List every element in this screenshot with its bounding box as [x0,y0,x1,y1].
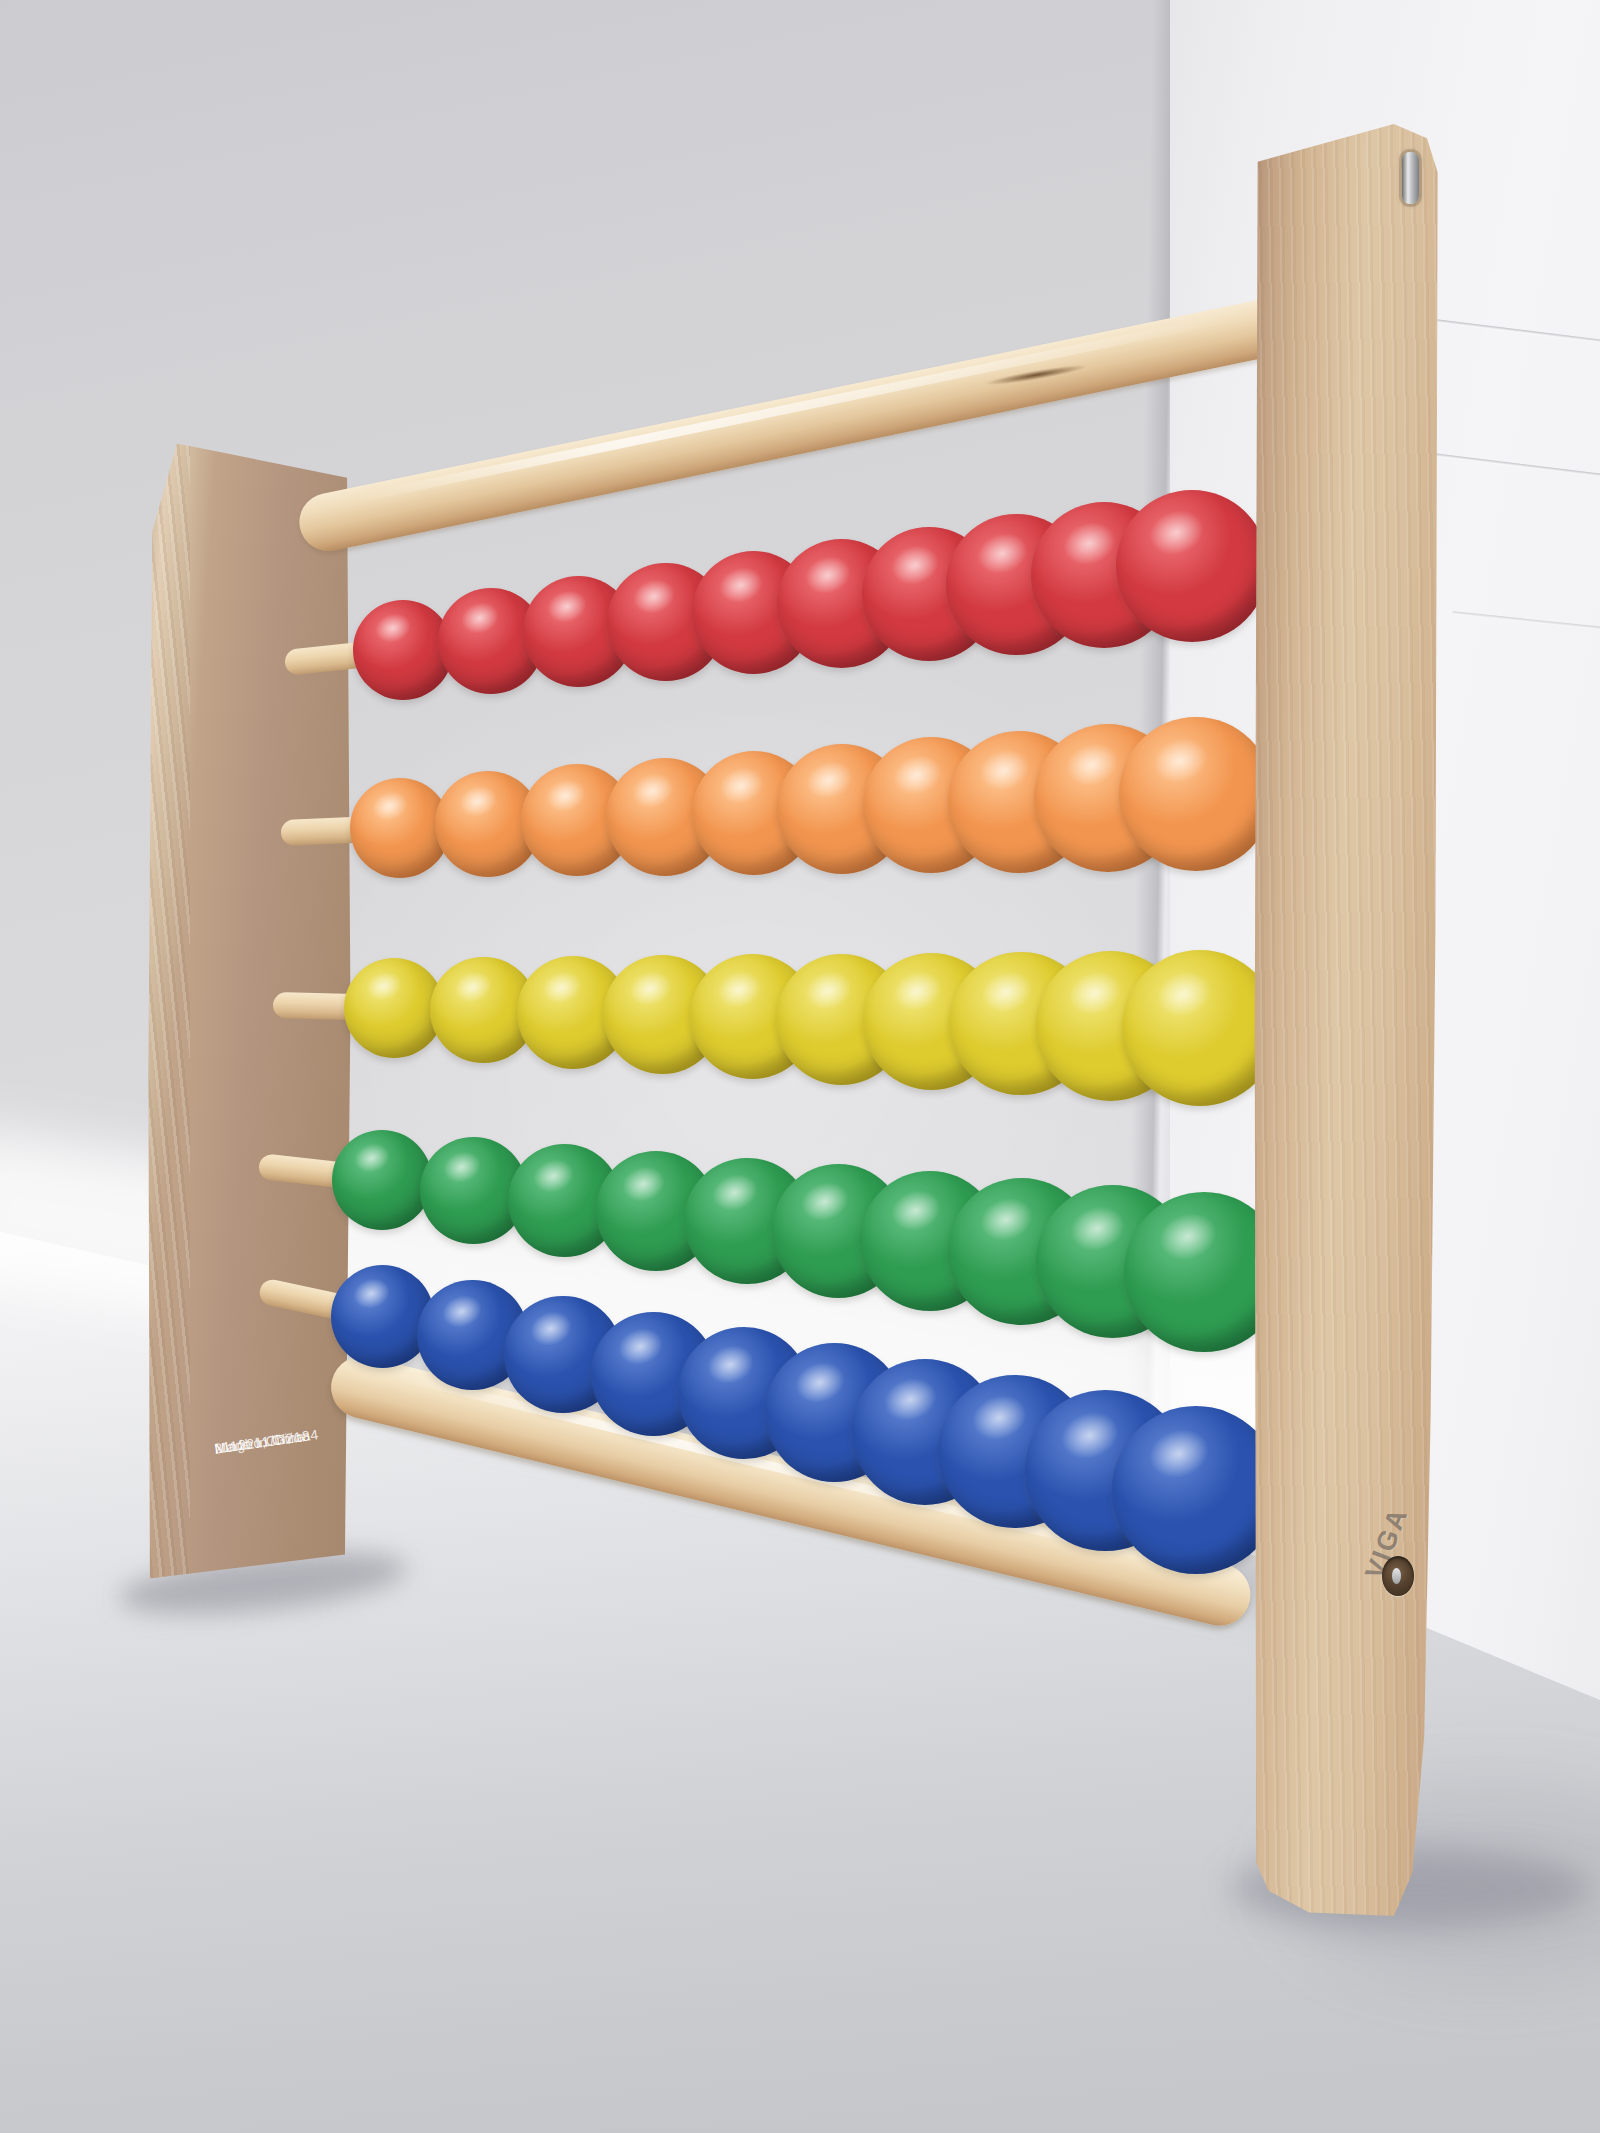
bead-specular-highlight [1063,965,1127,1022]
bead-specular-highlight [888,965,947,1017]
bead-specular-highlight [715,562,768,608]
bead-specular-highlight [801,551,856,600]
bead-specular-highlight [350,1274,394,1313]
bead-specular-highlight [1058,516,1121,571]
bead-red-10[interactable] [1116,490,1268,642]
right-post-grain-texture [1254,124,1438,1916]
bead-specular-highlight [801,756,857,805]
bead-specular-highlight [457,597,502,637]
bead-specular-highlight [542,775,590,817]
bead-specular-highlight [440,1147,486,1187]
bead-specular-highlight [625,966,676,1011]
bead-specular-highlight [1144,504,1209,561]
bead-specular-highlight [1064,1199,1130,1257]
bead-orange-10[interactable] [1119,717,1273,871]
bead-specular-highlight [369,787,412,825]
bead-specular-highlight [372,609,415,647]
bead-specular-highlight [1143,1421,1215,1484]
bead-specular-highlight [529,1154,578,1197]
bead-specular-highlight [629,574,679,618]
bead-specular-highlight [976,965,1038,1019]
left-post-endgrain-texture [148,440,190,1582]
bead-specular-highlight [967,1389,1033,1447]
bead-specular-highlight [713,966,767,1013]
bead-specular-highlight [888,750,946,801]
bead-specular-highlight [1148,731,1214,789]
top-screw-icon [1402,152,1419,204]
bead-specular-highlight [972,527,1032,580]
bead-green-1[interactable] [332,1130,432,1230]
bead-specular-highlight [1154,1207,1223,1267]
bead-specular-highlight [797,1177,854,1227]
bead-specular-highlight [363,967,406,1005]
bead-yellow-10[interactable] [1122,950,1278,1106]
bead-specular-highlight [974,743,1035,797]
bottom-screw-hole-icon [1382,1556,1414,1596]
screw-glint [1392,1568,1401,1584]
bead-specular-highlight [438,1290,485,1332]
bead-specular-highlight [450,967,496,1007]
bead-specular-highlight [879,1372,942,1427]
bead-specular-highlight [886,1184,946,1237]
bead-specular-highlight [628,768,679,813]
bead-specular-highlight [614,1323,667,1370]
bead-specular-highlight [887,539,945,590]
bead-specular-highlight [702,1339,759,1389]
bead-specular-highlight [526,1307,576,1351]
bead-specular-highlight [455,781,500,821]
bead-specular-highlight [543,586,591,628]
bead-specular-highlight [715,762,768,809]
bead-specular-highlight [538,966,586,1008]
bead-specular-highlight [1151,964,1218,1023]
bead-blue-10[interactable] [1112,1406,1280,1574]
bead-specular-highlight [975,1192,1038,1247]
bead-blue-1[interactable] [331,1265,434,1368]
abacus-photo-scene: 2112211/G2184 Ningbo,China Made in China… [0,0,1600,2133]
bead-specular-highlight [618,1162,669,1207]
bead-specular-highlight [1055,1405,1124,1466]
bead-specular-highlight [790,1356,850,1409]
bead-specular-highlight [801,965,857,1014]
bead-yellow-1[interactable] [344,958,444,1058]
right-post: VIGA [1254,124,1438,1916]
bead-specular-highlight [351,1139,394,1177]
bead-specular-highlight [1061,737,1124,793]
bead-specular-highlight [707,1169,761,1217]
